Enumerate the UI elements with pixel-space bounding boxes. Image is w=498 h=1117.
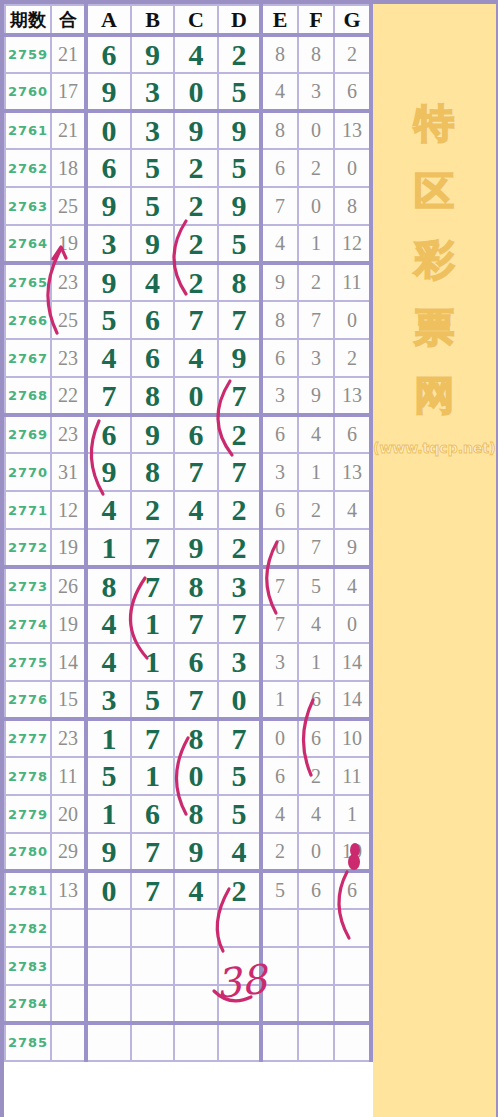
sum-cell: 11 — [51, 757, 86, 795]
value-cell-c: 4 — [174, 491, 218, 529]
chart-board: 期数合ABCDEFG 27592169428822760179305436276… — [4, 4, 373, 1117]
sum-cell — [51, 1023, 86, 1061]
value-cell-e: 4 — [261, 73, 298, 111]
period-cell: 2778 — [5, 757, 51, 795]
table-row: 27682278073913 — [5, 377, 371, 415]
sum-cell: 12 — [51, 491, 86, 529]
value-cell-b: 7 — [131, 567, 174, 605]
value-cell-c — [174, 1023, 218, 1061]
value-cell-b: 1 — [131, 643, 174, 681]
value-cell-g: 13 — [334, 111, 371, 149]
value-cell-b: 9 — [131, 415, 174, 453]
value-cell-f: 1 — [298, 453, 334, 491]
header-row: 期数合ABCDEFG — [5, 5, 371, 35]
value-cell-a: 3 — [86, 225, 131, 263]
sum-cell: 23 — [51, 263, 86, 301]
sum-cell: 25 — [51, 187, 86, 225]
period-cell: 2772 — [5, 529, 51, 567]
value-cell-d: 5 — [218, 225, 261, 263]
value-cell-d: 8 — [218, 263, 261, 301]
value-cell-c: 2 — [174, 149, 218, 187]
sum-cell: 25 — [51, 301, 86, 339]
value-cell-d: 5 — [218, 795, 261, 833]
period-cell: 2784 — [5, 985, 51, 1023]
value-cell-d: 7 — [218, 453, 261, 491]
value-cell-a: 0 — [86, 871, 131, 909]
value-cell-b: 6 — [131, 339, 174, 377]
table-row: 2784 — [5, 985, 371, 1023]
value-cell-b: 6 — [131, 795, 174, 833]
value-cell-f: 0 — [298, 833, 334, 871]
value-cell-g: 6 — [334, 73, 371, 111]
period-cell: 2760 — [5, 73, 51, 111]
value-cell-f — [298, 909, 334, 947]
table-row: 2769236962646 — [5, 415, 371, 453]
period-cell: 2775 — [5, 643, 51, 681]
value-cell-b: 6 — [131, 301, 174, 339]
value-cell-a: 1 — [86, 719, 131, 757]
period-cell: 2781 — [5, 871, 51, 909]
value-cell-e: 4 — [261, 225, 298, 263]
column-header-d: D — [218, 5, 261, 35]
table-row: 27751441633114 — [5, 643, 371, 681]
period-cell: 2763 — [5, 187, 51, 225]
column-header-sum: 合 — [51, 5, 86, 35]
value-cell-c: 8 — [174, 795, 218, 833]
value-cell-f: 2 — [298, 491, 334, 529]
value-cell-c: 2 — [174, 263, 218, 301]
sum-cell: 22 — [51, 377, 86, 415]
table-row: 2773268783754 — [5, 567, 371, 605]
watermark-url: (www.tqcp.net) — [373, 440, 496, 456]
value-cell-e — [261, 909, 298, 947]
sum-cell — [51, 909, 86, 947]
value-cell-d — [218, 947, 261, 985]
value-cell-b: 4 — [131, 263, 174, 301]
value-cell-a: 6 — [86, 35, 131, 73]
watermark-char: 特 — [414, 100, 454, 146]
table-row: 2774194177740 — [5, 605, 371, 643]
value-cell-e: 9 — [261, 263, 298, 301]
period-cell: 2783 — [5, 947, 51, 985]
value-cell-g: 12 — [334, 225, 371, 263]
value-cell-b — [131, 909, 174, 947]
table-row: 2785 — [5, 1023, 371, 1061]
value-cell-b: 7 — [131, 529, 174, 567]
value-cell-g: 14 — [334, 681, 371, 719]
value-cell-e: 6 — [261, 149, 298, 187]
value-cell-g: 6 — [334, 871, 371, 909]
value-cell-a: 3 — [86, 681, 131, 719]
sum-cell: 21 — [51, 111, 86, 149]
value-cell-c: 6 — [174, 415, 218, 453]
value-cell-b — [131, 947, 174, 985]
table-row: 2767234649632 — [5, 339, 371, 377]
value-cell-f: 0 — [298, 187, 334, 225]
value-cell-a: 1 — [86, 795, 131, 833]
period-cell: 2785 — [5, 1023, 51, 1061]
value-cell-b: 1 — [131, 757, 174, 795]
period-cell: 2782 — [5, 909, 51, 947]
value-cell-b: 7 — [131, 719, 174, 757]
value-cell-d: 9 — [218, 187, 261, 225]
value-cell-a: 9 — [86, 263, 131, 301]
value-cell-e: 3 — [261, 377, 298, 415]
period-cell: 2759 — [5, 35, 51, 73]
value-cell-f: 3 — [298, 339, 334, 377]
value-cell-e: 6 — [261, 491, 298, 529]
value-cell-a: 4 — [86, 491, 131, 529]
value-cell-a: 9 — [86, 73, 131, 111]
value-cell-e: 0 — [261, 719, 298, 757]
value-cell-f: 6 — [298, 871, 334, 909]
value-cell-a — [86, 985, 131, 1023]
table-row: 27761535701614 — [5, 681, 371, 719]
value-cell-d — [218, 985, 261, 1023]
column-header-b: B — [131, 5, 174, 35]
value-cell-g — [334, 1023, 371, 1061]
value-cell-d: 7 — [218, 605, 261, 643]
table-row: 27652394289211 — [5, 263, 371, 301]
sum-cell: 19 — [51, 529, 86, 567]
value-cell-f — [298, 985, 334, 1023]
value-cell-g — [334, 947, 371, 985]
value-cell-d — [218, 1023, 261, 1061]
value-cell-d: 7 — [218, 301, 261, 339]
value-cell-c: 2 — [174, 225, 218, 263]
value-cell-e: 2 — [261, 833, 298, 871]
value-cell-d: 7 — [218, 719, 261, 757]
value-cell-d: 5 — [218, 73, 261, 111]
value-cell-b: 7 — [131, 833, 174, 871]
value-cell-d: 4 — [218, 833, 261, 871]
value-cell-f: 8 — [298, 35, 334, 73]
value-cell-c: 0 — [174, 377, 218, 415]
value-cell-g: 0 — [334, 605, 371, 643]
sum-cell: 23 — [51, 339, 86, 377]
value-cell-g: 11 — [334, 757, 371, 795]
table-row: 27802997942010 — [5, 833, 371, 871]
value-cell-e: 7 — [261, 567, 298, 605]
value-cell-d: 5 — [218, 149, 261, 187]
value-cell-d: 9 — [218, 339, 261, 377]
value-cell-e: 5 — [261, 871, 298, 909]
value-cell-b: 8 — [131, 377, 174, 415]
period-cell: 2779 — [5, 795, 51, 833]
value-cell-c: 4 — [174, 35, 218, 73]
value-cell-e: 3 — [261, 453, 298, 491]
value-cell-f: 2 — [298, 757, 334, 795]
value-cell-f: 7 — [298, 301, 334, 339]
value-cell-d: 2 — [218, 35, 261, 73]
watermark-char: 票 — [414, 304, 454, 350]
value-cell-e: 7 — [261, 187, 298, 225]
value-cell-f: 1 — [298, 225, 334, 263]
value-cell-a: 6 — [86, 149, 131, 187]
value-cell-c: 7 — [174, 301, 218, 339]
table-row: 2781130742566 — [5, 871, 371, 909]
value-cell-d: 3 — [218, 643, 261, 681]
value-cell-a: 4 — [86, 605, 131, 643]
value-cell-c: 8 — [174, 567, 218, 605]
period-cell: 2767 — [5, 339, 51, 377]
table-row: 2766255677870 — [5, 301, 371, 339]
value-cell-a: 6 — [86, 415, 131, 453]
sum-cell: 29 — [51, 833, 86, 871]
value-cell-c: 0 — [174, 757, 218, 795]
value-cell-d: 2 — [218, 491, 261, 529]
value-cell-e: 6 — [261, 339, 298, 377]
value-cell-g — [334, 985, 371, 1023]
sum-cell: 19 — [51, 605, 86, 643]
value-cell-g: 8 — [334, 187, 371, 225]
period-cell: 2764 — [5, 225, 51, 263]
value-cell-d: 3 — [218, 567, 261, 605]
value-cell-c: 9 — [174, 529, 218, 567]
value-cell-d: 2 — [218, 415, 261, 453]
value-cell-f — [298, 947, 334, 985]
value-cell-f: 1 — [298, 643, 334, 681]
period-cell: 2780 — [5, 833, 51, 871]
period-cell: 2761 — [5, 111, 51, 149]
table-row: 2763259529708 — [5, 187, 371, 225]
value-cell-g: 9 — [334, 529, 371, 567]
period-cell: 2768 — [5, 377, 51, 415]
value-cell-a: 9 — [86, 833, 131, 871]
value-cell-c: 0 — [174, 73, 218, 111]
value-cell-g — [334, 909, 371, 947]
value-cell-g: 0 — [334, 149, 371, 187]
trend-table: 期数合ABCDEFG 27592169428822760179305436276… — [4, 4, 373, 1062]
column-header-g: G — [334, 5, 371, 35]
value-cell-f: 0 — [298, 111, 334, 149]
table-row: 2783 — [5, 947, 371, 985]
table-row: 27703198773113 — [5, 453, 371, 491]
table-row: 2779201685441 — [5, 795, 371, 833]
sum-cell: 17 — [51, 73, 86, 111]
period-cell: 2776 — [5, 681, 51, 719]
value-cell-b: 9 — [131, 35, 174, 73]
value-cell-a: 4 — [86, 339, 131, 377]
sum-cell — [51, 947, 86, 985]
column-header-e: E — [261, 5, 298, 35]
value-cell-b — [131, 1023, 174, 1061]
value-cell-g: 11 — [334, 263, 371, 301]
value-cell-f: 7 — [298, 529, 334, 567]
table-row: 2760179305436 — [5, 73, 371, 111]
value-cell-e: 4 — [261, 795, 298, 833]
value-cell-f: 2 — [298, 263, 334, 301]
value-cell-c: 9 — [174, 833, 218, 871]
value-cell-d: 9 — [218, 111, 261, 149]
value-cell-a: 5 — [86, 301, 131, 339]
value-cell-e: 3 — [261, 643, 298, 681]
value-cell-d: 0 — [218, 681, 261, 719]
value-cell-g: 13 — [334, 453, 371, 491]
value-cell-e: 8 — [261, 111, 298, 149]
value-cell-g: 10 — [334, 719, 371, 757]
value-cell-g: 2 — [334, 339, 371, 377]
value-cell-d: 2 — [218, 529, 261, 567]
sum-cell: 23 — [51, 719, 86, 757]
value-cell-d: 7 — [218, 377, 261, 415]
table-row: 2771124242624 — [5, 491, 371, 529]
value-cell-b: 2 — [131, 491, 174, 529]
period-cell: 2771 — [5, 491, 51, 529]
value-cell-g: 14 — [334, 643, 371, 681]
sum-cell: 19 — [51, 225, 86, 263]
value-cell-f — [298, 1023, 334, 1061]
period-cell: 2769 — [5, 415, 51, 453]
sum-cell: 20 — [51, 795, 86, 833]
value-cell-f: 2 — [298, 149, 334, 187]
period-cell: 2770 — [5, 453, 51, 491]
value-cell-g: 4 — [334, 567, 371, 605]
value-cell-b: 5 — [131, 681, 174, 719]
sum-cell: 15 — [51, 681, 86, 719]
period-cell: 2765 — [5, 263, 51, 301]
value-cell-f: 3 — [298, 73, 334, 111]
value-cell-b — [131, 985, 174, 1023]
value-cell-c: 4 — [174, 339, 218, 377]
value-cell-e: 8 — [261, 35, 298, 73]
value-cell-c: 6 — [174, 643, 218, 681]
column-header-f: F — [298, 5, 334, 35]
table-row: 27772317870610 — [5, 719, 371, 757]
value-cell-b: 8 — [131, 453, 174, 491]
value-cell-g: 10 — [334, 833, 371, 871]
value-cell-e: 6 — [261, 415, 298, 453]
value-cell-f: 4 — [298, 605, 334, 643]
period-cell: 2773 — [5, 567, 51, 605]
value-cell-a — [86, 947, 131, 985]
period-cell: 2762 — [5, 149, 51, 187]
value-cell-c — [174, 985, 218, 1023]
value-cell-e — [261, 1023, 298, 1061]
value-cell-g: 4 — [334, 491, 371, 529]
value-cell-d: 5 — [218, 757, 261, 795]
value-cell-f: 9 — [298, 377, 334, 415]
period-cell: 2774 — [5, 605, 51, 643]
value-cell-g: 1 — [334, 795, 371, 833]
column-header-period: 期数 — [5, 5, 51, 35]
watermark-char: 区 — [414, 168, 454, 214]
sum-cell: 13 — [51, 871, 86, 909]
value-cell-e: 1 — [261, 681, 298, 719]
value-cell-b: 5 — [131, 149, 174, 187]
table-row: 27612103998013 — [5, 111, 371, 149]
value-cell-a: 9 — [86, 187, 131, 225]
value-cell-b: 5 — [131, 187, 174, 225]
value-cell-b: 3 — [131, 111, 174, 149]
value-cell-b: 1 — [131, 605, 174, 643]
value-cell-c: 7 — [174, 453, 218, 491]
table-row: 27781151056211 — [5, 757, 371, 795]
value-cell-b: 7 — [131, 871, 174, 909]
watermark-char: 彩 — [414, 236, 454, 282]
value-cell-c — [174, 947, 218, 985]
sum-cell: 23 — [51, 415, 86, 453]
sum-cell: 26 — [51, 567, 86, 605]
value-cell-d — [218, 909, 261, 947]
value-cell-b: 9 — [131, 225, 174, 263]
table-row: 2759216942882 — [5, 35, 371, 73]
watermark-panel: 特区彩票网(www.tqcp.net) — [373, 4, 496, 1117]
value-cell-f: 5 — [298, 567, 334, 605]
lottery-chart-frame: 期数合ABCDEFG 27592169428822760179305436276… — [0, 0, 498, 1117]
value-cell-a: 8 — [86, 567, 131, 605]
watermark-char: 网 — [414, 372, 454, 418]
value-cell-c: 4 — [174, 871, 218, 909]
column-header-c: C — [174, 5, 218, 35]
value-cell-f: 4 — [298, 795, 334, 833]
sum-cell: 14 — [51, 643, 86, 681]
value-cell-g: 13 — [334, 377, 371, 415]
value-cell-a: 7 — [86, 377, 131, 415]
value-cell-c: 2 — [174, 187, 218, 225]
value-cell-a: 4 — [86, 643, 131, 681]
value-cell-c — [174, 909, 218, 947]
value-cell-c: 8 — [174, 719, 218, 757]
value-cell-f: 6 — [298, 681, 334, 719]
value-cell-g: 0 — [334, 301, 371, 339]
sum-cell: 18 — [51, 149, 86, 187]
sum-cell — [51, 985, 86, 1023]
value-cell-d: 2 — [218, 871, 261, 909]
sum-cell: 21 — [51, 35, 86, 73]
value-cell-a: 0 — [86, 111, 131, 149]
value-cell-c: 9 — [174, 111, 218, 149]
value-cell-g: 6 — [334, 415, 371, 453]
period-cell: 2766 — [5, 301, 51, 339]
value-cell-a: 9 — [86, 453, 131, 491]
table-row: 2782 — [5, 909, 371, 947]
value-cell-a — [86, 909, 131, 947]
column-header-a: A — [86, 5, 131, 35]
value-cell-e — [261, 985, 298, 1023]
table-row: 2772191792079 — [5, 529, 371, 567]
value-cell-a: 1 — [86, 529, 131, 567]
value-cell-e — [261, 947, 298, 985]
value-cell-a: 5 — [86, 757, 131, 795]
value-cell-e: 7 — [261, 605, 298, 643]
value-cell-f: 6 — [298, 719, 334, 757]
value-cell-c: 7 — [174, 605, 218, 643]
table-row: 2762186525620 — [5, 149, 371, 187]
value-cell-e: 6 — [261, 757, 298, 795]
value-cell-e: 8 — [261, 301, 298, 339]
value-cell-a — [86, 1023, 131, 1061]
value-cell-c: 7 — [174, 681, 218, 719]
value-cell-g: 2 — [334, 35, 371, 73]
table-body: 2759216942882276017930543627612103998013… — [5, 35, 371, 1061]
value-cell-f: 4 — [298, 415, 334, 453]
period-cell: 2777 — [5, 719, 51, 757]
value-cell-e: 0 — [261, 529, 298, 567]
sum-cell: 31 — [51, 453, 86, 491]
value-cell-b: 3 — [131, 73, 174, 111]
table-row: 27641939254112 — [5, 225, 371, 263]
